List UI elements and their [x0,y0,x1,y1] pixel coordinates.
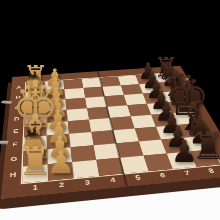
rank-label-6: 6 [154,171,171,179]
square-h1[interactable]: ♜ [22,164,48,183]
square-d5[interactable] [107,105,131,118]
clasp-icon [0,101,12,105]
chessboard-wrapper: ♜♟♟♜♞♟♟♞♝♟♟♝♛♟♟♛♚♟♟♚♝♟♟♝♞♟♟♞♜♟♟♜ ABCDEFG… [10,18,211,219]
rank-label-2: 2 [54,181,70,190]
rank-label-7: 7 [179,169,196,177]
square-h3[interactable] [72,160,99,178]
page-background: { "game": "chess", "position": "rnbqkbnr… [0,0,220,220]
square-e6[interactable] [131,115,156,129]
rank-label-1: 1 [27,183,43,192]
white-rook[interactable]: ♜ [18,142,53,181]
square-h4[interactable] [96,158,124,176]
rank-label-8: 8 [203,167,220,175]
square-h7[interactable]: ♟ [167,152,197,169]
rank-label-5: 5 [130,174,147,182]
chess-board: ♜♟♟♜♞♟♟♞♝♟♟♝♛♟♟♛♚♟♟♚♝♟♟♝♞♟♟♞♜♟♟♜ ABCDEFG… [1,66,220,199]
rank-label-3: 3 [79,178,95,187]
square-d4[interactable] [87,107,110,120]
rank-label-4: 4 [105,176,121,184]
black-pawn[interactable]: ♟ [171,137,198,167]
playing-area: ♜♟♟♜♞♟♟♞♝♟♟♝♛♟♟♛♚♟♟♚♝♟♟♝♞♟♟♞♜♟♟♜ [21,72,220,184]
clasp-icon [0,141,9,145]
